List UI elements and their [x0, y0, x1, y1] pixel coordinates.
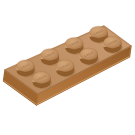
stud-r1-c0: LEGO — [33, 72, 53, 90]
stud-r0-c0: LEGO — [16, 60, 36, 78]
plate-svg: LEGOLEGOLEGOLEGOLEGOLEGOLEGOLEGO — [0, 0, 135, 135]
stud-r1-c1: LEGO — [56, 60, 76, 78]
stud-r1-c2: LEGO — [80, 48, 100, 66]
stud-r1-c3: LEGO — [103, 36, 123, 54]
lego-part-image: LEGOLEGOLEGOLEGOLEGOLEGOLEGOLEGO — [0, 0, 135, 135]
